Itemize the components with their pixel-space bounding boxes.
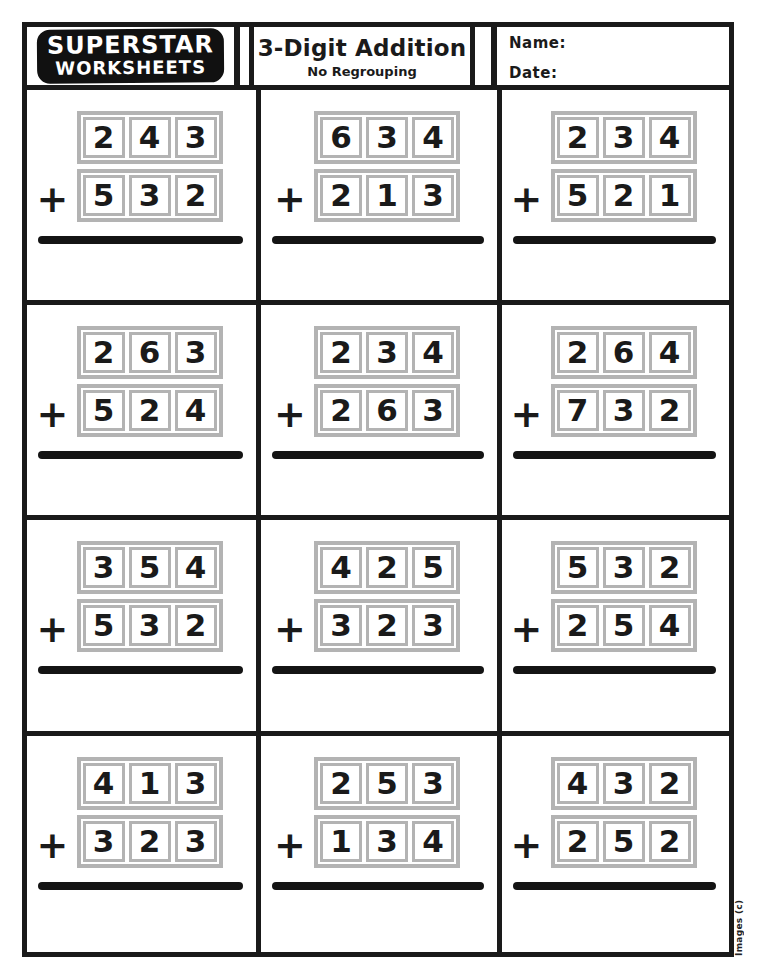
digit-cell: 4 <box>649 332 691 373</box>
digit-cell: 3 <box>603 390 645 431</box>
top-addend-row: 2 6 4 <box>551 326 697 379</box>
digit-cell: 3 <box>83 547 125 588</box>
addends-stack: 2 4 3 5 3 2 + <box>77 111 223 222</box>
addition-problem: 2 5 3 1 3 4 + <box>261 736 497 890</box>
problem-cell: 2 5 3 1 3 4 + <box>261 736 497 952</box>
bottom-addend-row: 2 5 2 <box>551 815 697 868</box>
digit-cell: 5 <box>129 547 171 588</box>
digit-cell: 2 <box>320 175 362 216</box>
digit-cell: 3 <box>366 117 408 158</box>
digit-cell: 3 <box>175 117 217 158</box>
addition-problem: 2 3 4 5 2 1 + <box>502 90 729 244</box>
digit-cell: 4 <box>320 547 362 588</box>
digit-cell: 2 <box>557 605 599 646</box>
digit-cell: 3 <box>366 332 408 373</box>
addends-stack: 2 5 3 1 3 4 + <box>314 757 460 868</box>
problem-cell: 5 3 2 2 5 4 + <box>502 520 729 730</box>
plus-operator: + <box>511 395 543 433</box>
digit-cell: 5 <box>412 547 454 588</box>
digit-cell: 6 <box>320 117 362 158</box>
answer-line <box>272 236 484 244</box>
digit-cell: 3 <box>175 763 217 804</box>
digit-cell: 1 <box>320 821 362 862</box>
problem-cell: 6 3 4 2 1 3 + <box>261 90 497 300</box>
image-credit: Images (c) <box>734 898 744 956</box>
digit-cell: 2 <box>320 390 362 431</box>
top-addend-row: 3 5 4 <box>77 541 223 594</box>
digit-cell: 2 <box>320 332 362 373</box>
logo-line-2: WORKSHEETS <box>47 58 214 77</box>
addends-stack: 6 3 4 2 1 3 + <box>314 111 460 222</box>
digit-cell: 4 <box>649 605 691 646</box>
digit-cell: 2 <box>83 332 125 373</box>
plus-operator: + <box>274 395 306 433</box>
plus-operator: + <box>274 180 306 218</box>
answer-line <box>272 882 484 890</box>
worksheet-page: SUPERSTAR WORKSHEETS 3-Digit Addition No… <box>0 0 757 980</box>
addends-stack: 3 5 4 5 3 2 + <box>77 541 223 652</box>
worksheet-subtitle: No Regrouping <box>307 64 416 79</box>
plus-operator: + <box>37 826 69 864</box>
digit-cell: 1 <box>649 175 691 216</box>
digit-cell: 5 <box>557 547 599 588</box>
addends-stack: 4 1 3 3 2 3 + <box>77 757 223 868</box>
logo-line-1: SUPERSTAR <box>47 32 214 57</box>
digit-cell: 3 <box>175 332 217 373</box>
problem-cell: 4 2 5 3 2 3 + <box>261 520 497 730</box>
digit-cell: 5 <box>83 390 125 431</box>
digit-cell: 4 <box>412 332 454 373</box>
problem-cell: 4 3 2 2 5 2 + <box>502 736 729 952</box>
top-addend-row: 4 3 2 <box>551 757 697 810</box>
answer-line <box>513 882 716 890</box>
digit-cell: 3 <box>603 117 645 158</box>
plus-operator: + <box>274 826 306 864</box>
plus-operator: + <box>274 610 306 648</box>
addition-problem: 4 3 2 2 5 2 + <box>502 736 729 890</box>
problem-cell: 2 3 4 2 6 3 + <box>261 305 497 515</box>
bottom-addend-row: 7 3 2 <box>551 384 697 437</box>
addition-problem: 2 4 3 5 3 2 + <box>27 90 256 244</box>
addends-stack: 5 3 2 2 5 4 + <box>551 541 697 652</box>
digit-cell: 2 <box>320 763 362 804</box>
top-addend-row: 2 3 4 <box>314 326 460 379</box>
digit-cell: 4 <box>649 117 691 158</box>
top-addend-row: 2 3 4 <box>551 111 697 164</box>
digit-cell: 4 <box>412 117 454 158</box>
digit-cell: 5 <box>557 175 599 216</box>
problem-cell: 2 4 3 5 3 2 + <box>27 90 256 300</box>
digit-cell: 5 <box>603 605 645 646</box>
plus-operator: + <box>37 395 69 433</box>
digit-cell: 4 <box>129 117 171 158</box>
plus-operator: + <box>511 826 543 864</box>
name-label: Name: <box>509 34 729 52</box>
addition-problem: 4 2 5 3 2 3 + <box>261 520 497 674</box>
digit-cell: 2 <box>366 605 408 646</box>
bottom-addend-row: 3 2 3 <box>77 815 223 868</box>
digit-cell: 5 <box>83 605 125 646</box>
bottom-addend-row: 5 3 2 <box>77 599 223 652</box>
digit-cell: 2 <box>366 547 408 588</box>
top-addend-row: 2 4 3 <box>77 111 223 164</box>
bottom-addend-row: 5 2 4 <box>77 384 223 437</box>
answer-line <box>38 666 243 674</box>
problems-grid: 2 4 3 5 3 2 + 6 3 4 <box>27 90 729 952</box>
bottom-addend-row: 2 5 4 <box>551 599 697 652</box>
digit-cell: 3 <box>603 547 645 588</box>
digit-cell: 2 <box>649 390 691 431</box>
digit-cell: 5 <box>366 763 408 804</box>
digit-cell: 3 <box>412 390 454 431</box>
bottom-addend-row: 2 6 3 <box>314 384 460 437</box>
worksheet-sheet: SUPERSTAR WORKSHEETS 3-Digit Addition No… <box>22 22 734 957</box>
problem-cell: 3 5 4 5 3 2 + <box>27 520 256 730</box>
digit-cell: 4 <box>83 763 125 804</box>
digit-cell: 3 <box>83 821 125 862</box>
bottom-addend-row: 1 3 4 <box>314 815 460 868</box>
problem-cell: 2 6 4 7 3 2 + <box>502 305 729 515</box>
addition-problem: 4 1 3 3 2 3 + <box>27 736 256 890</box>
addends-stack: 2 6 4 7 3 2 + <box>551 326 697 437</box>
digit-cell: 3 <box>320 605 362 646</box>
digit-cell: 4 <box>412 821 454 862</box>
logo-cell: SUPERSTAR WORKSHEETS <box>27 27 240 85</box>
digit-cell: 2 <box>649 763 691 804</box>
digit-cell: 6 <box>603 332 645 373</box>
addition-problem: 6 3 4 2 1 3 + <box>261 90 497 244</box>
answer-line <box>272 666 484 674</box>
plus-operator: + <box>511 610 543 648</box>
digit-cell: 2 <box>603 175 645 216</box>
plus-operator: + <box>37 180 69 218</box>
top-addend-row: 4 2 5 <box>314 541 460 594</box>
digit-cell: 3 <box>366 821 408 862</box>
top-addend-row: 6 3 4 <box>314 111 460 164</box>
bottom-addend-row: 5 3 2 <box>77 169 223 222</box>
answer-line <box>513 236 716 244</box>
digit-cell: 5 <box>83 175 125 216</box>
digit-cell: 3 <box>412 605 454 646</box>
digit-cell: 6 <box>129 332 171 373</box>
addition-problem: 2 6 3 5 2 4 + <box>27 305 256 459</box>
bottom-addend-row: 2 1 3 <box>314 169 460 222</box>
digit-cell: 2 <box>649 547 691 588</box>
digit-cell: 2 <box>83 117 125 158</box>
top-addend-row: 2 5 3 <box>314 757 460 810</box>
addends-stack: 2 3 4 2 6 3 + <box>314 326 460 437</box>
top-addend-row: 5 3 2 <box>551 541 697 594</box>
addends-stack: 2 3 4 5 2 1 + <box>551 111 697 222</box>
problem-cell: 2 3 4 5 2 1 + <box>502 90 729 300</box>
digit-cell: 1 <box>366 175 408 216</box>
digit-cell: 4 <box>175 547 217 588</box>
digit-cell: 2 <box>175 605 217 646</box>
digit-cell: 3 <box>175 821 217 862</box>
bottom-addend-row: 3 2 3 <box>314 599 460 652</box>
digit-cell: 2 <box>557 821 599 862</box>
addition-problem: 2 6 4 7 3 2 + <box>502 305 729 459</box>
problem-cell: 4 1 3 3 2 3 + <box>27 736 256 952</box>
answer-line <box>513 666 716 674</box>
addition-problem: 3 5 4 5 3 2 + <box>27 520 256 674</box>
digit-cell: 5 <box>603 821 645 862</box>
problem-cell: 2 6 3 5 2 4 + <box>27 305 256 515</box>
digit-cell: 2 <box>129 390 171 431</box>
addends-stack: 4 2 5 3 2 3 + <box>314 541 460 652</box>
digit-cell: 3 <box>412 175 454 216</box>
digit-cell: 3 <box>412 763 454 804</box>
digit-cell: 2 <box>557 117 599 158</box>
addends-stack: 4 3 2 2 5 2 + <box>551 757 697 868</box>
top-addend-row: 4 1 3 <box>77 757 223 810</box>
digit-cell: 4 <box>557 763 599 804</box>
digit-cell: 3 <box>129 605 171 646</box>
addition-problem: 2 3 4 2 6 3 + <box>261 305 497 459</box>
name-date-cell: Name: Date: <box>491 27 729 85</box>
digit-cell: 4 <box>175 390 217 431</box>
plus-operator: + <box>37 610 69 648</box>
worksheet-header: SUPERSTAR WORKSHEETS 3-Digit Addition No… <box>27 27 729 90</box>
digit-cell: 3 <box>603 763 645 804</box>
digit-cell: 3 <box>129 175 171 216</box>
date-label: Date: <box>509 64 729 82</box>
answer-line <box>272 451 484 459</box>
bottom-addend-row: 5 2 1 <box>551 169 697 222</box>
addends-stack: 2 6 3 5 2 4 + <box>77 326 223 437</box>
answer-line <box>38 451 243 459</box>
digit-cell: 2 <box>175 175 217 216</box>
digit-cell: 2 <box>557 332 599 373</box>
superstar-worksheets-logo: SUPERSTAR WORKSHEETS <box>37 28 225 84</box>
addition-problem: 5 3 2 2 5 4 + <box>502 520 729 674</box>
top-addend-row: 2 6 3 <box>77 326 223 379</box>
digit-cell: 2 <box>649 821 691 862</box>
answer-line <box>513 451 716 459</box>
worksheet-title: 3-Digit Addition <box>258 35 467 61</box>
title-cell: 3-Digit Addition No Regrouping <box>249 27 475 85</box>
digit-cell: 7 <box>557 390 599 431</box>
digit-cell: 2 <box>129 821 171 862</box>
answer-line <box>38 236 243 244</box>
answer-line <box>38 882 243 890</box>
digit-cell: 1 <box>129 763 171 804</box>
plus-operator: + <box>511 180 543 218</box>
digit-cell: 6 <box>366 390 408 431</box>
